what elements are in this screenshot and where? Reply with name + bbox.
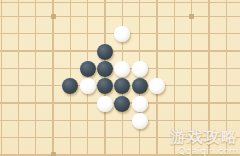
gomoku-screen: 游戏攻略 Qqaiqin.com [0,0,240,156]
grid-vline [191,0,192,156]
star-point [51,14,56,19]
black-stone [114,96,130,112]
grid-vline [208,0,209,156]
grid-hline [0,120,240,121]
grid-vline [35,0,36,156]
grid-hline [0,50,240,51]
white-stone [97,96,113,112]
grid-vline [52,0,53,156]
grid-vline [226,0,227,156]
white-stone [132,96,148,112]
white-stone [132,113,148,129]
white-stone [114,26,130,42]
white-stone [80,78,96,94]
star-point [51,152,56,156]
black-stone [97,44,113,60]
grid-hline [0,2,240,3]
black-stone [80,61,96,77]
grid-vline [1,0,2,156]
white-stone [149,78,165,94]
black-stone [114,78,130,94]
white-stone [132,61,148,77]
grid-hline [0,16,240,17]
black-stone [97,61,113,77]
white-stone [114,61,130,77]
grid-hline [0,154,240,155]
black-stone [97,78,113,94]
gomoku-board[interactable] [0,0,240,156]
star-point [189,14,194,19]
grid-vline [18,0,19,156]
black-stone [62,78,78,94]
grid-hline [0,137,240,138]
grid-vline [174,0,175,156]
black-stone [132,78,148,94]
